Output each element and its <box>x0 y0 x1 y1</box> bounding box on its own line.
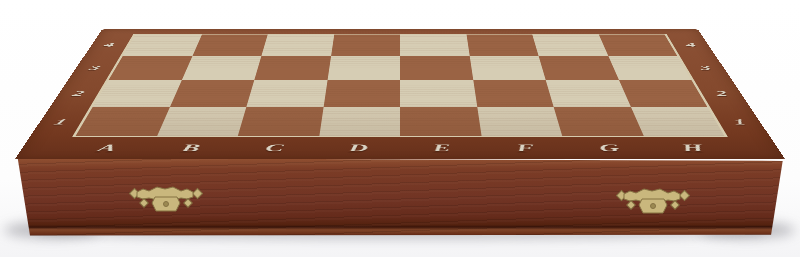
square-e2[interactable] <box>400 80 477 106</box>
file-label-a: A <box>95 142 119 154</box>
square-d2[interactable] <box>323 80 400 106</box>
file-label-h: H <box>679 142 706 154</box>
square-g3[interactable] <box>539 56 619 80</box>
square-c4[interactable] <box>261 35 334 57</box>
square-d1[interactable] <box>319 107 400 136</box>
chess-box-photo: ABCDEFGH 4321 4321 <box>0 0 800 257</box>
file-labels: ABCDEFGH <box>60 139 739 156</box>
rank-label-left-3: 3 <box>87 64 102 71</box>
square-b3[interactable] <box>181 56 261 80</box>
square-c2[interactable] <box>246 80 327 106</box>
square-e3[interactable] <box>400 56 473 80</box>
file-label-d: D <box>348 142 368 154</box>
square-d3[interactable] <box>327 56 400 80</box>
rank-label-right-4: 4 <box>684 41 698 48</box>
board-inlay-frame <box>72 34 728 137</box>
rank-label-right-2: 2 <box>713 89 729 97</box>
square-a3[interactable] <box>109 56 192 80</box>
square-c1[interactable] <box>238 107 323 136</box>
square-b2[interactable] <box>170 80 255 106</box>
square-h4[interactable] <box>598 35 677 57</box>
square-a4[interactable] <box>123 35 202 57</box>
rank-label-left-4: 4 <box>103 41 117 48</box>
file-label-f: F <box>515 142 535 154</box>
rank-label-left-2: 2 <box>71 89 87 97</box>
square-g2[interactable] <box>546 80 631 106</box>
square-d4[interactable] <box>331 35 400 57</box>
brass-latch-left[interactable] <box>129 180 203 218</box>
board-top: ABCDEFGH 4321 4321 <box>15 29 785 159</box>
square-f4[interactable] <box>466 35 539 57</box>
square-e1[interactable] <box>400 107 481 136</box>
square-a2[interactable] <box>93 80 181 106</box>
square-g4[interactable] <box>532 35 608 57</box>
square-h2[interactable] <box>619 80 707 106</box>
rank-label-right-1: 1 <box>731 117 748 126</box>
rank-label-left-1: 1 <box>52 117 69 126</box>
square-f3[interactable] <box>469 56 545 80</box>
file-label-b: B <box>180 142 202 154</box>
file-label-g: G <box>597 142 620 154</box>
square-h3[interactable] <box>608 56 691 80</box>
square-c3[interactable] <box>254 56 330 80</box>
square-f1[interactable] <box>477 107 562 136</box>
board-frame-border: ABCDEFGH 4321 4321 <box>15 29 785 159</box>
file-label-c: C <box>264 142 284 154</box>
square-h1[interactable] <box>630 107 724 136</box>
square-b4[interactable] <box>192 35 268 57</box>
square-e4[interactable] <box>400 35 469 57</box>
brass-latch-right[interactable] <box>616 182 690 220</box>
board-grid <box>75 35 724 137</box>
file-label-e: E <box>433 142 452 154</box>
square-a1[interactable] <box>75 107 169 136</box>
square-f2[interactable] <box>473 80 554 106</box>
square-g1[interactable] <box>554 107 644 136</box>
rank-label-right-3: 3 <box>698 64 713 71</box>
square-b1[interactable] <box>157 107 247 136</box>
